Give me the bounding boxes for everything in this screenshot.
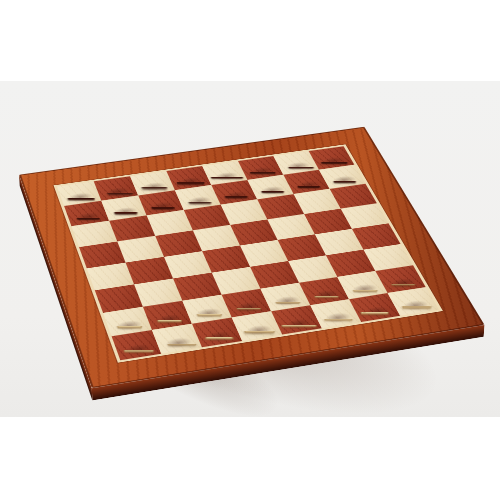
square-a7: ♟ bbox=[64, 201, 109, 226]
product-photo: ♜♞♝♛♚♝♞♜♟♟♟♟♟♟♟♟♟♟♟♟♟♟♟♟♜♞♝♛♚♝♞♜ bbox=[0, 0, 500, 500]
chess-board: ♜♞♝♛♚♝♞♜♟♟♟♟♟♟♟♟♟♟♟♟♟♟♟♟♜♞♝♛♚♝♞♜ bbox=[19, 127, 485, 389]
board-field: ♜♞♝♛♚♝♞♜♟♟♟♟♟♟♟♟♟♟♟♟♟♟♟♟♜♞♝♛♚♝♞♜ bbox=[54, 144, 443, 362]
square-d6 bbox=[184, 205, 230, 231]
square-a1: ♜ bbox=[112, 330, 162, 360]
board-grid: ♜♞♝♛♚♝♞♜♟♟♟♟♟♟♟♟♟♟♟♟♟♟♟♟♜♞♝♛♚♝♞♜ bbox=[57, 146, 439, 360]
square-d7: ♟ bbox=[175, 185, 221, 210]
scene: ♜♞♝♛♚♝♞♜♟♟♟♟♟♟♟♟♟♟♟♟♟♟♟♟♜♞♝♛♚♝♞♜ bbox=[0, 0, 500, 500]
